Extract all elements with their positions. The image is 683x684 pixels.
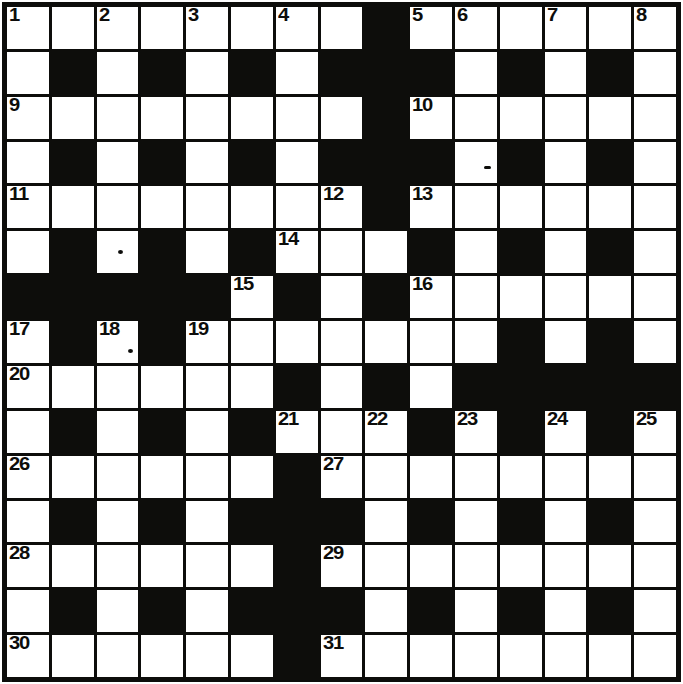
- cell-r11c6[interactable]: [231, 456, 273, 498]
- cell-r15c1[interactable]: 30: [7, 635, 49, 677]
- cell-r8c7[interactable]: [276, 321, 318, 363]
- clue-number-26: 26: [9, 455, 29, 474]
- cell-r5c1[interactable]: 11: [7, 186, 49, 228]
- cell-r11c15[interactable]: [634, 456, 676, 498]
- clue-number-31: 31: [323, 634, 343, 653]
- cell-r6c9[interactable]: [365, 231, 407, 273]
- cell-r7c6[interactable]: 15: [231, 276, 273, 318]
- clue-number-20: 20: [9, 365, 29, 384]
- clue-number-19: 19: [188, 320, 208, 339]
- black-cell-r2c10: [410, 52, 452, 94]
- black-cell-r14c7: [276, 590, 318, 632]
- cell-r5c3[interactable]: [97, 186, 139, 228]
- cell-r8c5[interactable]: 19: [186, 321, 228, 363]
- cell-r10c11[interactable]: 23: [455, 411, 497, 453]
- cell-r7c12[interactable]: [500, 276, 542, 318]
- cell-r1c8[interactable]: [321, 7, 363, 49]
- cell-r14c3[interactable]: [97, 590, 139, 632]
- clue-number-13: 13: [412, 185, 432, 204]
- cell-r2c3[interactable]: [97, 52, 139, 94]
- cell-r4c13[interactable]: [545, 142, 587, 184]
- cell-r1c15[interactable]: 8: [634, 7, 676, 49]
- cell-r11c3[interactable]: [97, 456, 139, 498]
- cell-r11c1[interactable]: 26: [7, 456, 49, 498]
- cell-r2c15[interactable]: [634, 52, 676, 94]
- cell-r13c4[interactable]: [141, 545, 183, 587]
- cell-r9c1[interactable]: 20: [7, 366, 49, 408]
- black-cell-r14c2: [52, 590, 94, 632]
- clue-number-17: 17: [9, 320, 29, 339]
- black-cell-r9c9: [365, 366, 407, 408]
- black-cell-r15c7: [276, 635, 318, 677]
- black-cell-r4c12: [500, 142, 542, 184]
- cell-r12c5[interactable]: [186, 501, 228, 543]
- cell-r1c6[interactable]: [231, 7, 273, 49]
- clue-number-25: 25: [636, 410, 656, 429]
- black-cell-r4c9: [365, 142, 407, 184]
- black-cell-r12c8: [321, 501, 363, 543]
- cell-r2c5[interactable]: [186, 52, 228, 94]
- cell-r13c12[interactable]: [500, 545, 542, 587]
- cell-r3c12[interactable]: [500, 97, 542, 139]
- black-cell-r4c4: [141, 142, 183, 184]
- black-cell-r10c12: [500, 411, 542, 453]
- cell-r15c13[interactable]: [545, 635, 587, 677]
- cell-r13c10[interactable]: [410, 545, 452, 587]
- cell-r8c13[interactable]: [545, 321, 587, 363]
- cell-r3c15[interactable]: [634, 97, 676, 139]
- black-cell-r9c7: [276, 366, 318, 408]
- clue-number-22: 22: [367, 410, 387, 429]
- cell-r1c2[interactable]: [52, 7, 94, 49]
- print-artifact-dot: [118, 250, 123, 254]
- cell-r14c11[interactable]: [455, 590, 497, 632]
- cell-r11c4[interactable]: [141, 456, 183, 498]
- cell-r15c12[interactable]: [500, 635, 542, 677]
- black-cell-r10c2: [52, 411, 94, 453]
- cell-r1c7[interactable]: 4: [276, 7, 318, 49]
- cell-r14c13[interactable]: [545, 590, 587, 632]
- cell-r1c13[interactable]: 7: [545, 7, 587, 49]
- clue-number-11: 11: [9, 185, 28, 204]
- cell-r2c13[interactable]: [545, 52, 587, 94]
- cell-r1c1[interactable]: 1: [7, 7, 49, 49]
- cell-r5c4[interactable]: [141, 186, 183, 228]
- cell-r15c8[interactable]: 31: [321, 635, 363, 677]
- cell-r8c1[interactable]: 17: [7, 321, 49, 363]
- cell-r6c5[interactable]: [186, 231, 228, 273]
- black-cell-r14c14: [589, 590, 631, 632]
- cell-r10c15[interactable]: 25: [634, 411, 676, 453]
- black-cell-r7c5: [186, 276, 228, 318]
- cell-r11c10[interactable]: [410, 456, 452, 498]
- cell-r12c13[interactable]: [545, 501, 587, 543]
- cell-r11c12[interactable]: [500, 456, 542, 498]
- cell-r5c8[interactable]: 12: [321, 186, 363, 228]
- crossword-page: 1234567891011121314151617181920212223242…: [0, 0, 683, 684]
- cell-r10c5[interactable]: [186, 411, 228, 453]
- clue-number-30: 30: [9, 634, 29, 653]
- cell-r13c5[interactable]: [186, 545, 228, 587]
- black-cell-r14c8: [321, 590, 363, 632]
- black-cell-r12c6: [231, 501, 273, 543]
- black-cell-r12c14: [589, 501, 631, 543]
- cell-r12c15[interactable]: [634, 501, 676, 543]
- cell-r4c7[interactable]: [276, 142, 318, 184]
- black-cell-r12c10: [410, 501, 452, 543]
- black-cell-r14c10: [410, 590, 452, 632]
- cell-r9c8[interactable]: [321, 366, 363, 408]
- cell-r15c2[interactable]: [52, 635, 94, 677]
- cell-r4c3[interactable]: [97, 142, 139, 184]
- cell-r15c5[interactable]: [186, 635, 228, 677]
- print-artifact-dash: [484, 166, 491, 169]
- cell-r14c15[interactable]: [634, 590, 676, 632]
- black-cell-r4c6: [231, 142, 273, 184]
- cell-r6c11[interactable]: [455, 231, 497, 273]
- black-cell-r9c14: [589, 366, 631, 408]
- cell-r11c11[interactable]: [455, 456, 497, 498]
- black-cell-r2c6: [231, 52, 273, 94]
- cell-r3c8[interactable]: [321, 97, 363, 139]
- cell-r15c6[interactable]: [231, 635, 273, 677]
- cell-r5c2[interactable]: [52, 186, 94, 228]
- cell-r10c7[interactable]: 21: [276, 411, 318, 453]
- black-cell-r14c6: [231, 590, 273, 632]
- cell-r9c10[interactable]: [410, 366, 452, 408]
- cell-r2c11[interactable]: [455, 52, 497, 94]
- black-cell-r7c3: [97, 276, 139, 318]
- cell-r3c2[interactable]: [52, 97, 94, 139]
- black-cell-r4c10: [410, 142, 452, 184]
- cell-r11c5[interactable]: [186, 456, 228, 498]
- black-cell-r4c2: [52, 142, 94, 184]
- cell-r5c15[interactable]: [634, 186, 676, 228]
- cell-r13c8[interactable]: 29: [321, 545, 363, 587]
- cell-r3c3[interactable]: [97, 97, 139, 139]
- cell-r3c14[interactable]: [589, 97, 631, 139]
- clue-number-15: 15: [233, 275, 253, 294]
- black-cell-r2c2: [52, 52, 94, 94]
- cell-r5c13[interactable]: [545, 186, 587, 228]
- black-cell-r11c7: [276, 456, 318, 498]
- black-cell-r5c9: [365, 186, 407, 228]
- cell-r12c3[interactable]: [97, 501, 139, 543]
- black-cell-r12c12: [500, 501, 542, 543]
- cell-r11c2[interactable]: [52, 456, 94, 498]
- cell-r3c1[interactable]: 9: [7, 97, 49, 139]
- black-cell-r9c12: [500, 366, 542, 408]
- black-cell-r6c14: [589, 231, 631, 273]
- cell-r3c10[interactable]: 10: [410, 97, 452, 139]
- black-cell-r12c2: [52, 501, 94, 543]
- cell-r1c10[interactable]: 5: [410, 7, 452, 49]
- black-cell-r8c4: [141, 321, 183, 363]
- clue-number-4: 4: [278, 6, 288, 25]
- black-cell-r2c9: [365, 52, 407, 94]
- cell-r7c11[interactable]: [455, 276, 497, 318]
- cell-r3c4[interactable]: [141, 97, 183, 139]
- black-cell-r10c14: [589, 411, 631, 453]
- cell-r9c2[interactable]: [52, 366, 94, 408]
- cell-r6c1[interactable]: [7, 231, 49, 273]
- black-cell-r10c6: [231, 411, 273, 453]
- cell-r12c9[interactable]: [365, 501, 407, 543]
- cell-r4c1[interactable]: [7, 142, 49, 184]
- cell-r12c11[interactable]: [455, 501, 497, 543]
- cell-r10c9[interactable]: 22: [365, 411, 407, 453]
- black-cell-r9c15: [634, 366, 676, 408]
- clue-number-2: 2: [99, 6, 109, 25]
- cell-r15c9[interactable]: [365, 635, 407, 677]
- black-cell-r1c9: [365, 7, 407, 49]
- cell-r1c3[interactable]: 2: [97, 7, 139, 49]
- black-cell-r7c1: [7, 276, 49, 318]
- black-cell-r6c4: [141, 231, 183, 273]
- clue-number-12: 12: [323, 185, 343, 204]
- black-cell-r12c7: [276, 501, 318, 543]
- cell-r6c7[interactable]: 14: [276, 231, 318, 273]
- black-cell-r6c2: [52, 231, 94, 273]
- black-cell-r7c7: [276, 276, 318, 318]
- cell-r14c5[interactable]: [186, 590, 228, 632]
- cell-r1c11[interactable]: 6: [455, 7, 497, 49]
- black-cell-r2c14: [589, 52, 631, 94]
- black-cell-r13c7: [276, 545, 318, 587]
- cell-r6c8[interactable]: [321, 231, 363, 273]
- cell-r13c15[interactable]: [634, 545, 676, 587]
- cell-r5c14[interactable]: [589, 186, 631, 228]
- cell-r15c10[interactable]: [410, 635, 452, 677]
- clue-number-10: 10: [412, 96, 432, 115]
- cell-r1c5[interactable]: 3: [186, 7, 228, 49]
- cell-r9c5[interactable]: [186, 366, 228, 408]
- cell-r5c7[interactable]: [276, 186, 318, 228]
- cell-r15c3[interactable]: [97, 635, 139, 677]
- cell-r7c8[interactable]: [321, 276, 363, 318]
- black-cell-r2c4: [141, 52, 183, 94]
- cell-r7c14[interactable]: [589, 276, 631, 318]
- cell-r15c11[interactable]: [455, 635, 497, 677]
- clue-number-3: 3: [188, 6, 198, 25]
- cell-r6c3[interactable]: [97, 231, 139, 273]
- cell-r5c10[interactable]: 13: [410, 186, 452, 228]
- cell-r8c15[interactable]: [634, 321, 676, 363]
- cell-r15c15[interactable]: [634, 635, 676, 677]
- clue-number-21: 21: [278, 410, 298, 429]
- cell-r11c9[interactable]: [365, 456, 407, 498]
- black-cell-r9c11: [455, 366, 497, 408]
- cell-r3c6[interactable]: [231, 97, 273, 139]
- cell-r4c5[interactable]: [186, 142, 228, 184]
- cell-r13c11[interactable]: [455, 545, 497, 587]
- cell-r10c3[interactable]: [97, 411, 139, 453]
- cell-r2c1[interactable]: [7, 52, 49, 94]
- clue-number-6: 6: [457, 6, 467, 25]
- cell-r7c15[interactable]: [634, 276, 676, 318]
- cell-r3c13[interactable]: [545, 97, 587, 139]
- clue-number-24: 24: [547, 410, 567, 429]
- cell-r11c8[interactable]: 27: [321, 456, 363, 498]
- cell-r5c5[interactable]: [186, 186, 228, 228]
- black-cell-r10c4: [141, 411, 183, 453]
- black-cell-r14c12: [500, 590, 542, 632]
- black-cell-r4c14: [589, 142, 631, 184]
- black-cell-r7c2: [52, 276, 94, 318]
- cell-r6c15[interactable]: [634, 231, 676, 273]
- black-cell-r7c9: [365, 276, 407, 318]
- cell-r13c3[interactable]: [97, 545, 139, 587]
- cell-r4c11[interactable]: [455, 142, 497, 184]
- black-cell-r2c12: [500, 52, 542, 94]
- cell-r15c14[interactable]: [589, 635, 631, 677]
- cell-r6c13[interactable]: [545, 231, 587, 273]
- cell-r13c13[interactable]: [545, 545, 587, 587]
- cell-r10c13[interactable]: 24: [545, 411, 587, 453]
- cell-r3c7[interactable]: [276, 97, 318, 139]
- black-cell-r8c14: [589, 321, 631, 363]
- cell-r3c5[interactable]: [186, 97, 228, 139]
- cell-r13c1[interactable]: 28: [7, 545, 49, 587]
- cell-r4c15[interactable]: [634, 142, 676, 184]
- cell-r8c6[interactable]: [231, 321, 273, 363]
- clue-number-29: 29: [323, 544, 343, 563]
- black-cell-r2c8: [321, 52, 363, 94]
- cell-r10c8[interactable]: [321, 411, 363, 453]
- black-cell-r14c4: [141, 590, 183, 632]
- cell-r7c10[interactable]: 16: [410, 276, 452, 318]
- clue-number-23: 23: [457, 410, 477, 429]
- clue-number-28: 28: [9, 544, 29, 563]
- cell-r9c3[interactable]: [97, 366, 139, 408]
- cell-r1c12[interactable]: [500, 7, 542, 49]
- cell-r9c4[interactable]: [141, 366, 183, 408]
- cell-r13c9[interactable]: [365, 545, 407, 587]
- cell-r10c1[interactable]: [7, 411, 49, 453]
- cell-r8c8[interactable]: [321, 321, 363, 363]
- cell-r5c11[interactable]: [455, 186, 497, 228]
- black-cell-r6c6: [231, 231, 273, 273]
- cell-r11c14[interactable]: [589, 456, 631, 498]
- cell-r9c6[interactable]: [231, 366, 273, 408]
- cell-r13c6[interactable]: [231, 545, 273, 587]
- clue-number-1: 1: [9, 6, 19, 25]
- clue-number-8: 8: [636, 6, 646, 25]
- cell-r5c12[interactable]: [500, 186, 542, 228]
- cell-r5c6[interactable]: [231, 186, 273, 228]
- clue-number-27: 27: [323, 455, 343, 474]
- cell-r1c4[interactable]: [141, 7, 183, 49]
- clue-number-5: 5: [412, 6, 422, 25]
- cell-r12c1[interactable]: [7, 501, 49, 543]
- clue-number-7: 7: [547, 6, 557, 25]
- cell-r11c13[interactable]: [545, 456, 587, 498]
- black-cell-r12c4: [141, 501, 183, 543]
- cell-r15c4[interactable]: [141, 635, 183, 677]
- black-cell-r4c8: [321, 142, 363, 184]
- clue-number-18: 18: [99, 320, 119, 339]
- black-cell-r9c13: [545, 366, 587, 408]
- black-cell-r6c12: [500, 231, 542, 273]
- cell-r8c11[interactable]: [455, 321, 497, 363]
- cell-r1c14[interactable]: [589, 7, 631, 49]
- crossword-board: 1234567891011121314151617181920212223242…: [2, 2, 681, 682]
- cell-r2c7[interactable]: [276, 52, 318, 94]
- cell-r7c13[interactable]: [545, 276, 587, 318]
- clue-number-9: 9: [9, 96, 19, 115]
- black-cell-r7c4: [141, 276, 183, 318]
- black-cell-r8c12: [500, 321, 542, 363]
- cell-r3c11[interactable]: [455, 97, 497, 139]
- cell-r14c1[interactable]: [7, 590, 49, 632]
- black-cell-r10c10: [410, 411, 452, 453]
- print-artifact-dot: [128, 349, 133, 353]
- cell-r14c9[interactable]: [365, 590, 407, 632]
- cell-r13c2[interactable]: [52, 545, 94, 587]
- black-cell-r6c10: [410, 231, 452, 273]
- clue-number-16: 16: [412, 275, 432, 294]
- black-cell-r3c9: [365, 97, 407, 139]
- black-cell-r8c2: [52, 321, 94, 363]
- clue-number-14: 14: [278, 230, 298, 249]
- cell-r8c3[interactable]: 18: [97, 321, 139, 363]
- cell-r8c10[interactable]: [410, 321, 452, 363]
- cell-r13c14[interactable]: [589, 545, 631, 587]
- cell-r8c9[interactable]: [365, 321, 407, 363]
